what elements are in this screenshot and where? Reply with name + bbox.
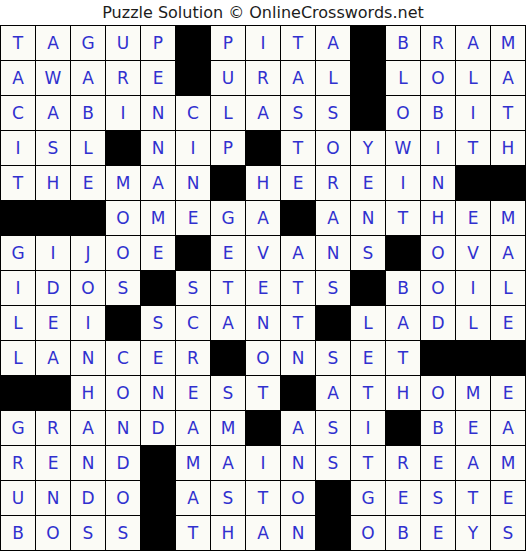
letter-cell[interactable]: A [246, 516, 280, 550]
letter-cell[interactable]: E [141, 61, 175, 95]
letter-cell[interactable]: G [351, 481, 385, 515]
letter-cell[interactable]: I [36, 236, 70, 270]
letter-cell[interactable]: P [141, 26, 175, 60]
black-cell [211, 341, 245, 375]
letter-cell[interactable]: R [386, 446, 420, 480]
black-cell [176, 236, 210, 270]
letter-cell[interactable]: C [176, 96, 210, 130]
letter-cell[interactable]: L [456, 61, 490, 95]
black-cell [386, 411, 420, 445]
crossword-grid: TAGUPPITABRAMAWAREURALLOLACABINCLASSOBIT… [0, 25, 526, 551]
letter-cell[interactable]: A [316, 201, 350, 235]
letter-cell[interactable]: I [456, 271, 490, 305]
letter-cell[interactable]: E [211, 236, 245, 270]
letter-cell[interactable]: B [386, 516, 420, 550]
letter-cell[interactable]: A [176, 481, 210, 515]
letter-cell[interactable]: S [421, 481, 455, 515]
letter-cell[interactable]: A [246, 201, 280, 235]
letter-cell[interactable]: L [456, 306, 490, 340]
letter-cell[interactable]: A [456, 26, 490, 60]
letter-cell[interactable]: G [1, 236, 35, 270]
letter-cell[interactable]: L [71, 131, 105, 165]
letter-cell[interactable]: I [1, 131, 35, 165]
black-cell [491, 341, 525, 375]
letter-cell[interactable]: N [71, 341, 105, 375]
title-bar: Puzzle Solution © OnlineCrosswords.net [0, 0, 526, 25]
letter-cell[interactable]: S [211, 376, 245, 410]
letter-cell[interactable]: P [211, 131, 245, 165]
letter-cell[interactable]: L [351, 306, 385, 340]
letter-cell[interactable]: N [141, 96, 175, 130]
letter-cell[interactable]: I [246, 446, 280, 480]
letter-cell[interactable]: N [281, 446, 315, 480]
black-cell [1, 376, 35, 410]
letter-cell[interactable]: B [71, 96, 105, 130]
letter-cell[interactable]: L [1, 306, 35, 340]
letter-cell[interactable]: N [351, 201, 385, 235]
black-cell [281, 201, 315, 235]
black-cell [141, 271, 175, 305]
letter-cell[interactable]: O [281, 481, 315, 515]
letter-cell[interactable]: H [421, 201, 455, 235]
letter-cell[interactable]: O [421, 236, 455, 270]
letter-cell[interactable]: A [281, 236, 315, 270]
letter-cell[interactable]: I [176, 131, 210, 165]
letter-cell[interactable]: S [106, 516, 140, 550]
letter-cell[interactable]: W [386, 131, 420, 165]
letter-cell[interactable]: A [36, 96, 70, 130]
letter-cell[interactable]: N [316, 236, 350, 270]
letter-cell[interactable]: E [491, 481, 525, 515]
black-cell [106, 306, 140, 340]
letter-cell[interactable]: B [1, 516, 35, 550]
letter-cell[interactable]: Y [456, 516, 490, 550]
letter-cell[interactable]: C [1, 96, 35, 130]
letter-cell[interactable]: D [421, 306, 455, 340]
letter-cell[interactable]: B [421, 411, 455, 445]
letter-cell[interactable]: H [71, 376, 105, 410]
letter-cell[interactable]: T [211, 271, 245, 305]
letter-cell[interactable]: R [106, 61, 140, 95]
letter-cell[interactable]: W [36, 61, 70, 95]
letter-cell[interactable]: S [351, 236, 385, 270]
letter-cell[interactable]: S [281, 96, 315, 130]
letter-cell[interactable]: T [491, 96, 525, 130]
letter-cell[interactable]: I [106, 96, 140, 130]
letter-cell[interactable]: S [106, 271, 140, 305]
black-cell [141, 481, 175, 515]
letter-cell[interactable]: B [386, 271, 420, 305]
letter-cell[interactable]: M [176, 446, 210, 480]
black-cell [211, 166, 245, 200]
letter-cell[interactable]: O [71, 271, 105, 305]
letter-cell[interactable]: O [386, 96, 420, 130]
letter-cell[interactable]: N [36, 481, 70, 515]
letter-cell[interactable]: S [316, 96, 350, 130]
letter-cell[interactable]: B [386, 26, 420, 60]
letter-cell[interactable]: M [491, 446, 525, 480]
letter-cell[interactable]: T [456, 131, 490, 165]
black-cell [456, 166, 490, 200]
letter-cell[interactable]: O [106, 481, 140, 515]
letter-cell[interactable]: D [106, 446, 140, 480]
letter-cell[interactable]: T [386, 341, 420, 375]
letter-cell[interactable]: E [421, 446, 455, 480]
letter-cell[interactable]: S [211, 481, 245, 515]
letter-cell[interactable]: O [351, 516, 385, 550]
letter-cell[interactable]: C [106, 341, 140, 375]
black-cell [386, 236, 420, 270]
letter-cell[interactable]: O [421, 271, 455, 305]
letter-cell[interactable]: Y [351, 131, 385, 165]
puzzle-solution-page: Puzzle Solution © OnlineCrosswords.net T… [0, 0, 526, 551]
letter-cell[interactable]: E [491, 306, 525, 340]
letter-cell[interactable]: N [141, 131, 175, 165]
letter-cell[interactable]: T [351, 446, 385, 480]
letter-cell[interactable]: S [316, 341, 350, 375]
letter-cell[interactable]: V [456, 236, 490, 270]
letter-cell[interactable]: E [71, 166, 105, 200]
letter-cell[interactable]: S [71, 516, 105, 550]
letter-cell[interactable]: M [106, 166, 140, 200]
letter-cell[interactable]: N [281, 516, 315, 550]
letter-cell[interactable]: D [36, 271, 70, 305]
black-cell [351, 96, 385, 130]
letter-cell[interactable]: T [281, 26, 315, 60]
letter-cell[interactable]: E [176, 376, 210, 410]
letter-cell[interactable]: A [141, 166, 175, 200]
letter-cell[interactable]: J [71, 236, 105, 270]
letter-cell[interactable]: G [1, 411, 35, 445]
letter-cell[interactable]: A [491, 411, 525, 445]
letter-cell[interactable]: O [106, 376, 140, 410]
black-cell [316, 481, 350, 515]
letter-cell[interactable]: M [491, 201, 525, 235]
letter-cell[interactable]: U [211, 61, 245, 95]
letter-cell[interactable]: R [176, 341, 210, 375]
letter-cell[interactable]: I [71, 306, 105, 340]
black-cell [36, 201, 70, 235]
letter-cell[interactable]: H [491, 131, 525, 165]
letter-cell[interactable]: O [316, 131, 350, 165]
letter-cell[interactable]: A [176, 411, 210, 445]
letter-cell[interactable]: T [246, 481, 280, 515]
black-cell [316, 306, 350, 340]
letter-cell[interactable]: I [386, 166, 420, 200]
letter-cell[interactable]: T [176, 516, 210, 550]
letter-cell[interactable]: V [246, 236, 280, 270]
black-cell [106, 131, 140, 165]
letter-cell[interactable]: G [71, 26, 105, 60]
letter-cell[interactable]: A [71, 61, 105, 95]
letter-cell[interactable]: O [246, 341, 280, 375]
letter-cell[interactable]: M [211, 411, 245, 445]
letter-cell[interactable]: T [456, 481, 490, 515]
letter-cell[interactable]: U [106, 26, 140, 60]
letter-cell[interactable]: E [176, 201, 210, 235]
letter-cell[interactable]: L [211, 96, 245, 130]
letter-cell[interactable]: R [36, 411, 70, 445]
letter-cell[interactable]: I [246, 26, 280, 60]
letter-cell[interactable]: I [1, 271, 35, 305]
black-cell [281, 376, 315, 410]
letter-cell[interactable]: A [1, 61, 35, 95]
letter-cell[interactable]: I [456, 96, 490, 130]
letter-cell[interactable]: L [491, 271, 525, 305]
black-cell [1, 201, 35, 235]
letter-cell[interactable]: E [351, 341, 385, 375]
letter-cell[interactable]: N [71, 446, 105, 480]
letter-cell[interactable]: D [141, 411, 175, 445]
black-cell [316, 516, 350, 550]
letter-cell[interactable]: O [36, 516, 70, 550]
letter-cell[interactable]: E [456, 201, 490, 235]
letter-cell[interactable]: T [386, 201, 420, 235]
black-cell [71, 201, 105, 235]
letter-cell[interactable]: E [246, 271, 280, 305]
letter-cell[interactable]: A [316, 26, 350, 60]
letter-cell[interactable]: O [421, 376, 455, 410]
letter-cell[interactable]: N [421, 166, 455, 200]
letter-cell[interactable]: A [281, 411, 315, 445]
letter-cell[interactable]: M [491, 26, 525, 60]
black-cell [421, 341, 455, 375]
letter-cell[interactable]: A [456, 446, 490, 480]
letter-cell[interactable]: L [316, 61, 350, 95]
black-cell [141, 516, 175, 550]
letter-cell[interactable]: A [246, 96, 280, 130]
letter-cell[interactable]: S [36, 131, 70, 165]
letter-cell[interactable]: A [316, 376, 350, 410]
letter-cell[interactable]: R [246, 61, 280, 95]
letter-cell[interactable]: E [141, 341, 175, 375]
letter-cell[interactable]: S [316, 446, 350, 480]
letter-cell[interactable]: E [386, 481, 420, 515]
black-cell [351, 271, 385, 305]
letter-cell[interactable]: T [281, 131, 315, 165]
black-cell [246, 131, 280, 165]
letter-cell[interactable]: D [71, 481, 105, 515]
black-cell [36, 376, 70, 410]
black-cell [246, 411, 280, 445]
letter-cell[interactable]: T [1, 26, 35, 60]
letter-cell[interactable]: E [36, 306, 70, 340]
black-cell [176, 26, 210, 60]
letter-cell[interactable]: E [456, 411, 490, 445]
letter-cell[interactable]: E [351, 166, 385, 200]
black-cell [176, 61, 210, 95]
black-cell [351, 61, 385, 95]
letter-cell[interactable]: S [316, 411, 350, 445]
letter-cell[interactable]: A [491, 61, 525, 95]
letter-cell[interactable]: T [281, 306, 315, 340]
letter-cell[interactable]: A [36, 341, 70, 375]
letter-cell[interactable]: R [421, 26, 455, 60]
letter-cell[interactable]: S [491, 516, 525, 550]
letter-cell[interactable]: E [491, 376, 525, 410]
letter-cell[interactable]: I [351, 411, 385, 445]
letter-cell[interactable]: T [281, 271, 315, 305]
letter-cell[interactable]: N [176, 166, 210, 200]
letter-cell[interactable]: P [211, 26, 245, 60]
letter-cell[interactable]: A [386, 306, 420, 340]
letter-cell[interactable]: I [421, 131, 455, 165]
letter-cell[interactable]: H [246, 166, 280, 200]
letter-cell[interactable]: N [246, 306, 280, 340]
letter-cell[interactable]: L [1, 341, 35, 375]
letter-cell[interactable]: E [141, 236, 175, 270]
letter-cell[interactable]: C [176, 306, 210, 340]
letter-cell[interactable]: N [281, 341, 315, 375]
letter-cell[interactable]: S [316, 271, 350, 305]
letter-cell[interactable]: N [106, 411, 140, 445]
letter-cell[interactable]: O [421, 61, 455, 95]
letter-cell[interactable]: O [106, 201, 140, 235]
letter-cell[interactable]: S [141, 306, 175, 340]
letter-cell[interactable]: A [491, 236, 525, 270]
black-cell [491, 166, 525, 200]
letter-cell[interactable]: T [351, 376, 385, 410]
letter-cell[interactable]: T [246, 376, 280, 410]
letter-cell[interactable]: M [456, 376, 490, 410]
letter-cell[interactable]: R [1, 446, 35, 480]
letter-cell[interactable]: U [1, 481, 35, 515]
letter-cell[interactable]: O [106, 236, 140, 270]
letter-cell[interactable]: R [316, 166, 350, 200]
letter-cell[interactable]: H [211, 516, 245, 550]
letter-cell[interactable]: H [386, 376, 420, 410]
letter-cell[interactable]: T [1, 166, 35, 200]
letter-cell[interactable]: M [141, 201, 175, 235]
letter-cell[interactable]: S [176, 271, 210, 305]
letter-cell[interactable]: B [421, 96, 455, 130]
letter-cell[interactable]: E [36, 446, 70, 480]
page-title: Puzzle Solution © OnlineCrosswords.net [102, 3, 424, 22]
letter-cell[interactable]: A [71, 411, 105, 445]
black-cell [141, 446, 175, 480]
letter-cell[interactable]: A [211, 306, 245, 340]
letter-cell[interactable]: A [211, 446, 245, 480]
letter-cell[interactable]: A [281, 61, 315, 95]
letter-cell[interactable]: L [386, 61, 420, 95]
letter-cell[interactable]: A [36, 26, 70, 60]
letter-cell[interactable]: N [141, 376, 175, 410]
letter-cell[interactable]: E [421, 516, 455, 550]
black-cell [456, 341, 490, 375]
black-cell [351, 26, 385, 60]
letter-cell[interactable]: H [36, 166, 70, 200]
letter-cell[interactable]: E [281, 166, 315, 200]
letter-cell[interactable]: G [211, 201, 245, 235]
